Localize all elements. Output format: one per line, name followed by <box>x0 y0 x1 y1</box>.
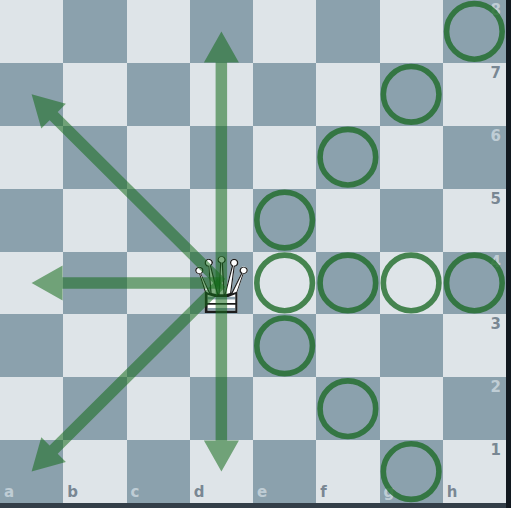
file-label-g: g <box>384 483 395 501</box>
square-b6[interactable] <box>63 126 126 189</box>
square-g4[interactable] <box>380 252 443 315</box>
square-c8[interactable] <box>127 0 190 63</box>
file-label-f: f <box>320 483 327 501</box>
rank-label-2: 2 <box>491 378 501 396</box>
square-b8[interactable] <box>63 0 126 63</box>
square-e2[interactable] <box>253 377 316 440</box>
square-h7[interactable]: 7 <box>443 63 506 126</box>
chess-board: 8765432abcdefg1h ♛ ♕ <box>0 0 506 503</box>
square-g2[interactable] <box>380 377 443 440</box>
board-stage: 8765432abcdefg1h ♛ ♕ <box>0 0 511 508</box>
rank-label-8: 8 <box>491 1 501 19</box>
window-edge-right <box>506 0 511 508</box>
square-b5[interactable] <box>63 189 126 252</box>
square-e6[interactable] <box>253 126 316 189</box>
square-h4[interactable]: 4 <box>443 252 506 315</box>
square-g1[interactable]: g <box>380 440 443 503</box>
file-label-b: b <box>67 483 78 501</box>
square-c4[interactable] <box>127 252 190 315</box>
square-a1[interactable]: a <box>0 440 63 503</box>
square-d1[interactable]: d <box>190 440 253 503</box>
square-g8[interactable] <box>380 0 443 63</box>
square-f2[interactable] <box>316 377 379 440</box>
file-label-a: a <box>4 483 14 501</box>
square-c2[interactable] <box>127 377 190 440</box>
square-a6[interactable] <box>0 126 63 189</box>
square-d7[interactable] <box>190 63 253 126</box>
square-c6[interactable] <box>127 126 190 189</box>
white-queen-outline-glyph: ♕ <box>186 247 256 325</box>
rank-label-5: 5 <box>491 190 501 208</box>
file-label-c: c <box>131 483 140 501</box>
square-f5[interactable] <box>316 189 379 252</box>
rank-label-4: 4 <box>491 253 501 271</box>
square-b2[interactable] <box>63 377 126 440</box>
file-label-h: h <box>447 483 458 501</box>
file-label-e: e <box>257 483 267 501</box>
square-h8[interactable]: 8 <box>443 0 506 63</box>
square-a2[interactable] <box>0 377 63 440</box>
square-c5[interactable] <box>127 189 190 252</box>
square-a4[interactable] <box>0 252 63 315</box>
square-b1[interactable]: b <box>63 440 126 503</box>
square-f6[interactable] <box>316 126 379 189</box>
square-b3[interactable] <box>63 314 126 377</box>
square-e1[interactable]: e <box>253 440 316 503</box>
square-h6[interactable]: 6 <box>443 126 506 189</box>
square-f7[interactable] <box>316 63 379 126</box>
square-h3[interactable]: 3 <box>443 314 506 377</box>
square-c3[interactable] <box>127 314 190 377</box>
square-e3[interactable] <box>253 314 316 377</box>
square-a8[interactable] <box>0 0 63 63</box>
square-f1[interactable]: f <box>316 440 379 503</box>
square-d6[interactable] <box>190 126 253 189</box>
square-a5[interactable] <box>0 189 63 252</box>
rank-label-3: 3 <box>491 315 501 333</box>
square-f4[interactable] <box>316 252 379 315</box>
rank-label-7: 7 <box>491 64 501 82</box>
square-d8[interactable] <box>190 0 253 63</box>
square-f3[interactable] <box>316 314 379 377</box>
square-b7[interactable] <box>63 63 126 126</box>
square-g3[interactable] <box>380 314 443 377</box>
square-h5[interactable]: 5 <box>443 189 506 252</box>
rank-label-1: 1 <box>491 441 501 459</box>
file-label-d: d <box>194 483 205 501</box>
square-h1[interactable]: 1h <box>443 440 506 503</box>
white-queen-piece[interactable]: ♛ ♕ <box>190 252 253 315</box>
square-g6[interactable] <box>380 126 443 189</box>
square-g5[interactable] <box>380 189 443 252</box>
square-f8[interactable] <box>316 0 379 63</box>
square-e4[interactable] <box>253 252 316 315</box>
square-a3[interactable] <box>0 314 63 377</box>
square-c1[interactable]: c <box>127 440 190 503</box>
square-d2[interactable] <box>190 377 253 440</box>
window-edge-bottom <box>0 503 511 508</box>
rank-label-6: 6 <box>491 127 501 145</box>
square-b4[interactable] <box>63 252 126 315</box>
square-e7[interactable] <box>253 63 316 126</box>
square-a7[interactable] <box>0 63 63 126</box>
square-e5[interactable] <box>253 189 316 252</box>
square-c7[interactable] <box>127 63 190 126</box>
square-e8[interactable] <box>253 0 316 63</box>
square-g7[interactable] <box>380 63 443 126</box>
square-h2[interactable]: 2 <box>443 377 506 440</box>
